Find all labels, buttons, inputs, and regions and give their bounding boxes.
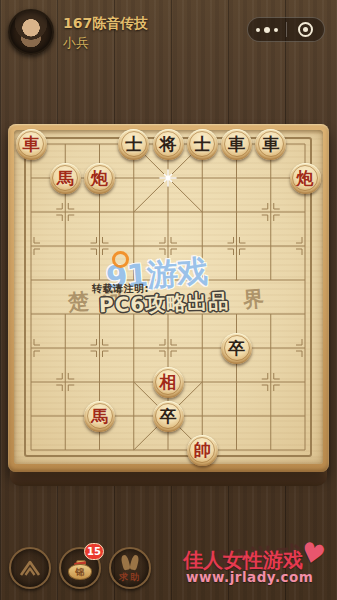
target-circle-icon[interactable] bbox=[287, 18, 325, 41]
bag-badge-count: 15 bbox=[84, 543, 104, 560]
expand-button[interactable] bbox=[9, 547, 51, 589]
piece-red-cannon[interactable]: 炮 bbox=[290, 163, 321, 194]
piece-black-soldier[interactable]: 卒 bbox=[153, 401, 184, 432]
money-bag-icon: 锦 bbox=[68, 559, 92, 580]
help-label: 求助 bbox=[119, 571, 141, 584]
piece-black-chariot[interactable]: 車 bbox=[255, 129, 286, 160]
watermark-jrlady-name: 佳人女性游戏 bbox=[183, 547, 303, 574]
piece-red-general[interactable]: 帥 bbox=[187, 435, 218, 466]
level-title: 167陈音传技 bbox=[63, 15, 148, 33]
piece-black-general[interactable]: 将 bbox=[153, 129, 184, 160]
app-screen: 167陈音传技 小兵 楚河 汉界 車士将士車車馬炮炮卒相馬卒帥 91游戏 转载请… bbox=[0, 0, 337, 600]
piece-red-cannon[interactable]: 炮 bbox=[84, 163, 115, 194]
piece-black-advisor[interactable]: 士 bbox=[187, 129, 218, 160]
chevron-up-icon bbox=[18, 558, 42, 578]
more-dots-icon[interactable] bbox=[248, 18, 286, 41]
wechat-capsule bbox=[247, 17, 325, 42]
river-text-left: 楚河 bbox=[67, 284, 139, 317]
piece-red-horse[interactable]: 馬 bbox=[50, 163, 81, 194]
watermark-jrlady-url: www.jrlady.com bbox=[186, 569, 313, 585]
watermark-92games: 92游戏 bbox=[211, 539, 304, 580]
avatar bbox=[8, 9, 54, 55]
river-text-right: 汉界 bbox=[207, 284, 279, 317]
piece-red-horse[interactable]: 馬 bbox=[84, 401, 115, 432]
piece-black-chariot[interactable]: 車 bbox=[221, 129, 252, 160]
piece-red-elephant[interactable]: 相 bbox=[153, 367, 184, 398]
rank-label: 小兵 bbox=[63, 34, 89, 52]
piece-red-chariot[interactable]: 車 bbox=[16, 129, 47, 160]
piece-black-advisor[interactable]: 士 bbox=[118, 129, 149, 160]
piece-black-soldier[interactable]: 卒 bbox=[221, 333, 252, 364]
help-button[interactable]: 求助 bbox=[109, 547, 151, 589]
praying-hands-icon bbox=[119, 555, 141, 570]
bag-char: 锦 bbox=[68, 564, 92, 580]
heart-icon: ♥ bbox=[298, 536, 329, 572]
